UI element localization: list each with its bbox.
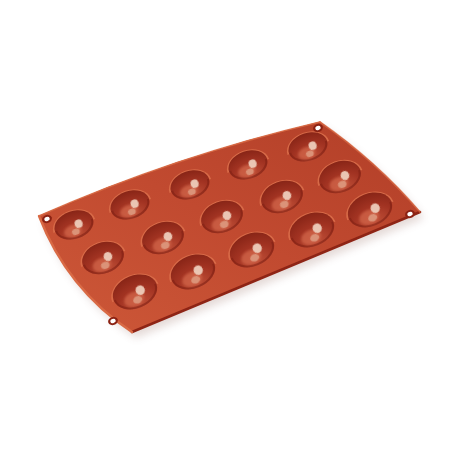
- product-photo: [0, 0, 458, 458]
- mold-scene: [0, 0, 458, 458]
